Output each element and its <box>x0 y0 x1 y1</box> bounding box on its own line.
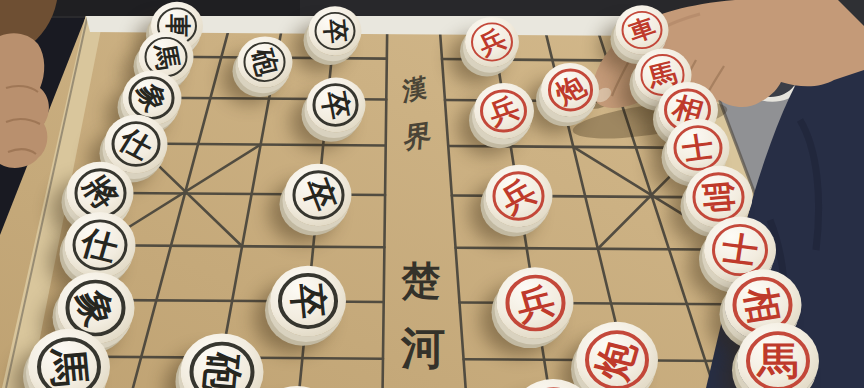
piece-black-soldier[interactable]: 卒 <box>270 266 346 337</box>
piece-black-horse[interactable]: 馬 <box>28 328 110 388</box>
piece-character: 卒 <box>321 18 349 44</box>
piece-red-soldier[interactable]: 兵 <box>485 165 552 227</box>
piece-character: 砲 <box>200 351 244 388</box>
piece-character: 相 <box>741 284 785 325</box>
piece-red-soldier[interactable]: 兵 <box>497 267 574 339</box>
piece-red-cannon[interactable]: 炮 <box>541 63 599 117</box>
piece-black-cannon[interactable]: 砲 <box>180 333 263 388</box>
piece-character: 馬 <box>757 342 798 380</box>
piece-red-horse[interactable]: 馬 <box>737 323 819 388</box>
piece-black-soldier[interactable]: 卒 <box>306 78 365 133</box>
piece-black-advisor[interactable]: 仕 <box>64 212 135 278</box>
piece-black-soldier[interactable]: 卒 <box>308 7 361 56</box>
piece-character: 馬 <box>151 42 182 71</box>
piece-red-soldier[interactable]: 兵 <box>511 379 595 388</box>
street-xiangqi-photo: 漢界楚河 車車卒兵馬砲馬炮象卒相兵仕士將卒兵帥仕士卒兵相象炮馬馬砲兵卒車車 <box>0 0 864 388</box>
piece-character: 帥 <box>700 180 737 214</box>
piece-black-cannon[interactable]: 砲 <box>237 36 292 87</box>
piece-character: 士 <box>720 231 761 269</box>
piece-red-soldier[interactable]: 兵 <box>465 17 519 67</box>
piece-red-soldier[interactable]: 兵 <box>474 83 534 139</box>
piece-character: 士 <box>681 132 716 165</box>
piece-character: 卒 <box>287 282 328 320</box>
piece-red-chariot[interactable]: 車 <box>616 5 669 54</box>
piece-character: 卒 <box>318 89 353 121</box>
piece-black-soldier[interactable]: 卒 <box>285 163 352 225</box>
piece-character: 馬 <box>46 346 90 387</box>
